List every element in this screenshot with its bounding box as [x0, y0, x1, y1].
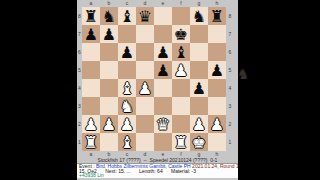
square-e4[interactable]	[154, 79, 172, 97]
white-pawn: ♟	[172, 61, 190, 79]
analysis-link[interactable]: +43938 Lin	[77, 173, 238, 178]
black-queen: ♛	[136, 7, 154, 25]
chessboard-frame: abcdefgh 87654321 ♜♞♝♛♞♜♟♟♚♟♟♝♟♟♟♝♟♟♞♟♟♟…	[77, 0, 238, 180]
square-g1[interactable]: ♚	[190, 133, 208, 151]
white-rook: ♜	[172, 133, 190, 151]
square-f1[interactable]: ♜	[172, 133, 190, 151]
file-label-b: b	[100, 0, 118, 7]
square-a8[interactable]: ♜	[82, 7, 100, 25]
file-label-g: g	[190, 0, 208, 7]
square-h5[interactable]: ♟	[208, 61, 226, 79]
rank-label-2: 2	[226, 115, 234, 133]
rank-label-7: 7	[226, 25, 234, 43]
square-a6[interactable]	[82, 43, 100, 61]
square-e6[interactable]: ♟	[154, 43, 172, 61]
square-a7[interactable]: ♟	[82, 25, 100, 43]
white-queen: ♛	[154, 115, 172, 133]
square-e3[interactable]	[154, 97, 172, 115]
white-pawn: ♟	[190, 115, 208, 133]
white-pawn: ♟	[136, 79, 154, 97]
black-king: ♚	[172, 25, 190, 43]
square-b1[interactable]	[100, 133, 118, 151]
square-f6[interactable]: ♝	[172, 43, 190, 61]
black-pawn: ♟	[82, 25, 100, 43]
players-bar: Stockfish 17 (????) -- Speedel 20210124 …	[77, 157, 238, 164]
square-a1[interactable]: ♜	[82, 133, 100, 151]
white-pawn: ♟	[208, 115, 226, 133]
square-c1[interactable]: ♝	[118, 133, 136, 151]
black-pawn: ♟	[154, 43, 172, 61]
square-c8[interactable]: ♝	[118, 7, 136, 25]
square-d8[interactable]: ♛	[136, 7, 154, 25]
white-bishop: ♝	[118, 79, 136, 97]
square-a3[interactable]	[82, 97, 100, 115]
square-b7[interactable]: ♟	[100, 25, 118, 43]
rank-label-6: 6	[226, 43, 234, 61]
square-c2[interactable]: ♟	[118, 115, 136, 133]
file-label-e: e	[154, 0, 172, 7]
square-h7[interactable]	[208, 25, 226, 43]
black-bishop: ♝	[118, 7, 136, 25]
square-a2[interactable]: ♟	[82, 115, 100, 133]
square-f5[interactable]: ♟	[172, 61, 190, 79]
square-f2[interactable]	[172, 115, 190, 133]
square-c7[interactable]	[118, 25, 136, 43]
black-pawn: ♟	[100, 25, 118, 43]
square-h3[interactable]	[208, 97, 226, 115]
rank-label-1: 1	[226, 133, 234, 151]
square-h8[interactable]: ♜	[208, 7, 226, 25]
file-label-d: d	[136, 0, 154, 7]
square-d6[interactable]	[136, 43, 154, 61]
black-rook: ♜	[82, 7, 100, 25]
square-d3[interactable]	[136, 97, 154, 115]
file-label-f: f	[172, 0, 190, 7]
square-h2[interactable]: ♟	[208, 115, 226, 133]
file-label-a: a	[82, 0, 100, 7]
square-c4[interactable]: ♝	[118, 79, 136, 97]
black-rook: ♜	[208, 7, 226, 25]
square-g4[interactable]: ♟	[190, 79, 208, 97]
rank-label-8: 8	[226, 7, 234, 25]
square-b3[interactable]	[100, 97, 118, 115]
square-b8[interactable]: ♞	[100, 7, 118, 25]
square-c3[interactable]: ♞	[118, 97, 136, 115]
square-c6[interactable]: ♟	[118, 43, 136, 61]
black-knight: ♞	[100, 7, 118, 25]
info-panel: Event : Bird, Hobbs Zilbermints Gambit, …	[77, 164, 238, 178]
rank-label-3: 3	[226, 97, 234, 115]
file-label-c: c	[118, 0, 136, 7]
square-h4[interactable]	[208, 79, 226, 97]
black-pawn: ♟	[208, 61, 226, 79]
square-b4[interactable]	[100, 79, 118, 97]
black-pawn: ♟	[190, 79, 208, 97]
square-b5[interactable]	[100, 61, 118, 79]
square-e1[interactable]	[154, 133, 172, 151]
black-pawn: ♟	[118, 43, 136, 61]
square-d4[interactable]: ♟	[136, 79, 154, 97]
square-b2[interactable]: ♟	[100, 115, 118, 133]
square-f3[interactable]	[172, 97, 190, 115]
square-f4[interactable]	[172, 79, 190, 97]
square-d1[interactable]	[136, 133, 154, 151]
square-g3[interactable]	[190, 97, 208, 115]
square-e8[interactable]	[154, 7, 172, 25]
square-d5[interactable]	[136, 61, 154, 79]
square-g5[interactable]	[190, 61, 208, 79]
white-pawn: ♟	[82, 115, 100, 133]
square-e2[interactable]: ♛	[154, 115, 172, 133]
square-f7[interactable]: ♚	[172, 25, 190, 43]
square-c5[interactable]	[118, 61, 136, 79]
file-label-h: h	[208, 0, 226, 7]
rank-labels-right: 87654321	[226, 7, 234, 151]
white-knight: ♞	[118, 97, 136, 115]
square-g2[interactable]: ♟	[190, 115, 208, 133]
event-details: 2021.01.24, Round 12 A02	[191, 164, 238, 169]
black-pawn: ♟	[154, 61, 172, 79]
white-pawn: ♟	[118, 115, 136, 133]
rank-label-5: 5	[226, 61, 234, 79]
square-d7[interactable]	[136, 25, 154, 43]
square-e7[interactable]	[154, 25, 172, 43]
black-knight: ♞	[190, 7, 208, 25]
square-h6[interactable]	[208, 43, 226, 61]
square-h1[interactable]	[208, 133, 226, 151]
file-labels-top: abcdefgh	[82, 0, 226, 7]
square-a5[interactable]	[82, 61, 100, 79]
square-g6[interactable]	[190, 43, 208, 61]
square-g7[interactable]	[190, 25, 208, 43]
video-frame: { "game": "chess", "position": { "fen": …	[0, 0, 320, 180]
white-bishop: ♝	[118, 133, 136, 151]
rank-label-4: 4	[226, 79, 234, 97]
square-g8[interactable]: ♞	[190, 7, 208, 25]
square-e5[interactable]: ♟	[154, 61, 172, 79]
square-b6[interactable]	[100, 43, 118, 61]
black-bishop: ♝	[172, 43, 190, 61]
white-pawn: ♟	[100, 115, 118, 133]
captured-black-knight-icon: ♞	[237, 66, 251, 82]
square-a4[interactable]	[82, 79, 100, 97]
chessboard: ♜♞♝♛♞♜♟♟♚♟♟♝♟♟♟♝♟♟♞♟♟♟♛♟♟♜♝♜♚	[82, 7, 226, 151]
square-d2[interactable]	[136, 115, 154, 133]
square-f8[interactable]	[172, 7, 190, 25]
white-rook: ♜	[82, 133, 100, 151]
white-king: ♚	[190, 133, 208, 151]
